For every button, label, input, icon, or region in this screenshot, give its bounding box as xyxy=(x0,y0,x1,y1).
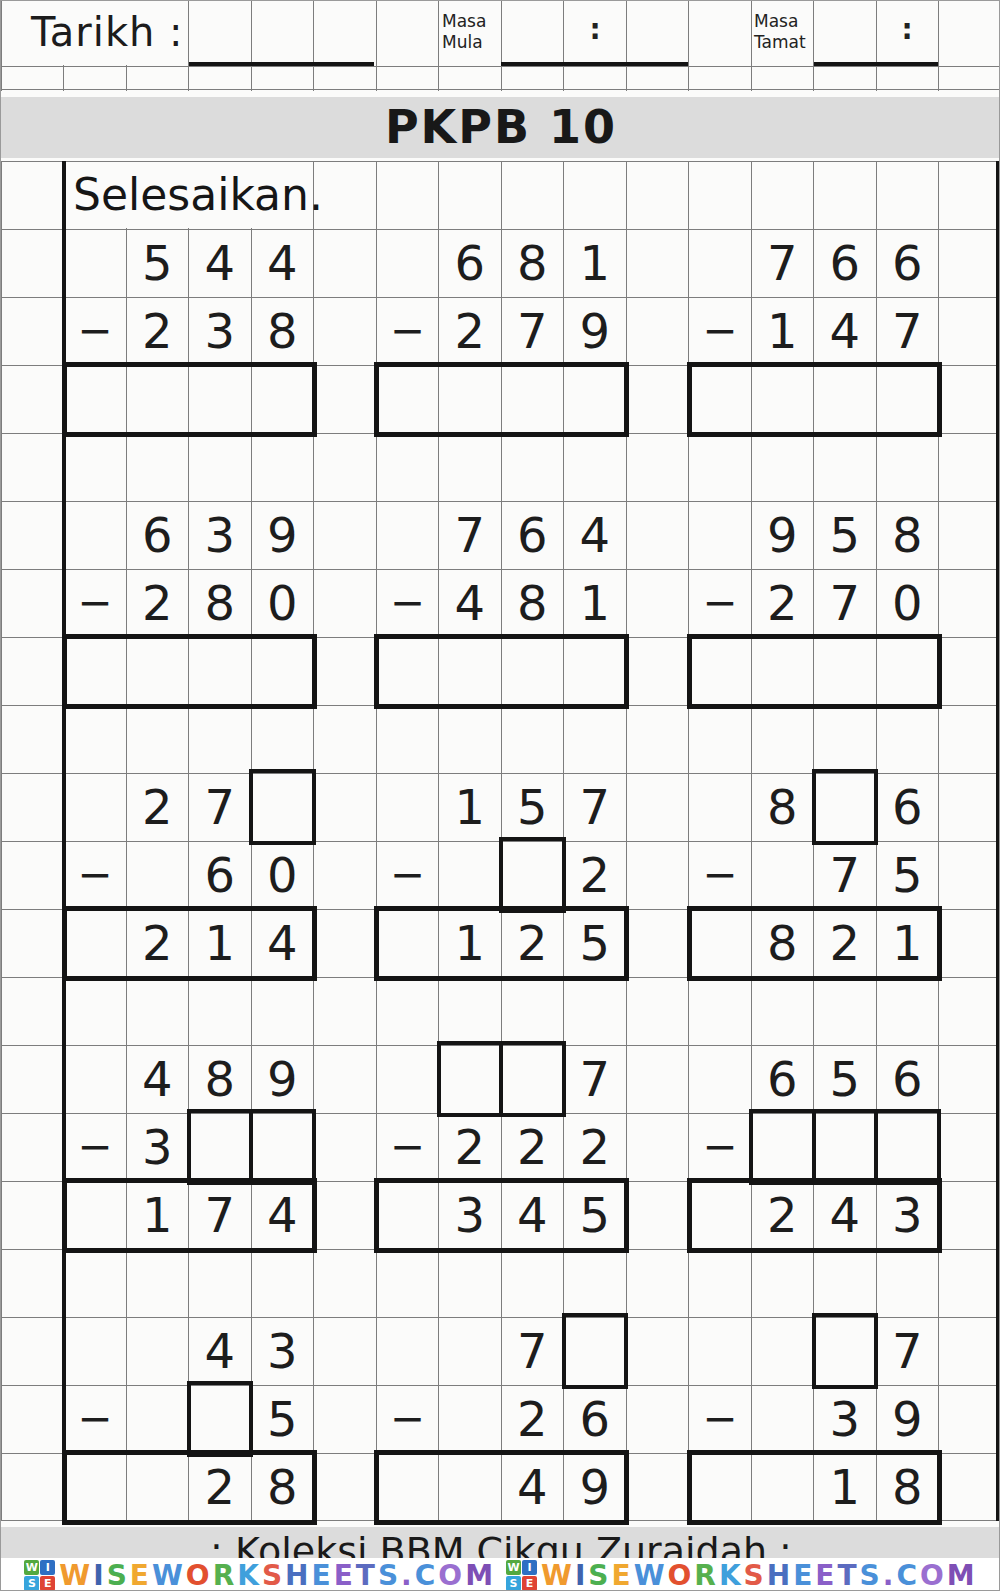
end-time-label-line1: Masa xyxy=(754,11,814,32)
answer-digit: 4 xyxy=(251,1181,314,1249)
watermark-letter: T xyxy=(837,1559,859,1591)
minuend-digit: 6 xyxy=(126,501,189,569)
credit-text: .: Koleksi BBM Cikgu Zuraidah :. xyxy=(198,1529,804,1558)
answer-box[interactable] xyxy=(374,634,629,709)
watermark-url: WISEWORKSHEETS.COM xyxy=(59,1559,496,1591)
minus-sign: − xyxy=(689,569,752,637)
watermark-letter: E xyxy=(130,1559,152,1591)
watermark-letter: W xyxy=(541,1559,575,1591)
minuend-digit: 4 xyxy=(126,1045,189,1113)
subtrahend-digit: 3 xyxy=(126,1113,189,1181)
watermark-letter: K xyxy=(719,1559,744,1591)
minuend-digit: 6 xyxy=(439,229,502,297)
content-right-border xyxy=(996,161,1000,1521)
minuend-digit: 5 xyxy=(814,1045,877,1113)
answer-digit: 5 xyxy=(564,909,627,977)
minuend-digit: 7 xyxy=(751,229,814,297)
missing-digit-box[interactable] xyxy=(562,1313,629,1389)
minuend-digit: 4 xyxy=(251,229,314,297)
answer-box[interactable] xyxy=(687,362,942,437)
minus-sign: − xyxy=(689,1385,752,1453)
minuend-digit: 1 xyxy=(564,229,627,297)
answer-digit: 4 xyxy=(501,1453,564,1521)
watermark-letter: R xyxy=(694,1559,719,1591)
watermark-letter: E xyxy=(334,1559,356,1591)
logo-tile: W xyxy=(24,1560,39,1575)
end-time-blank-underline[interactable] xyxy=(814,62,938,66)
minuend-digit: 4 xyxy=(564,501,627,569)
watermark-strip: WISE WISEWORKSHEETS.COM WISE WISEWORKSHE… xyxy=(1,1558,1000,1591)
answer-digit: 4 xyxy=(501,1181,564,1249)
watermark-letter: M xyxy=(947,1559,978,1591)
watermark-letter: W xyxy=(634,1559,668,1591)
page-title: PKPB 10 xyxy=(385,100,617,154)
watermark-letter: S xyxy=(378,1559,401,1591)
subtrahend-digit: 8 xyxy=(501,569,564,637)
start-time-label-line2: Mula xyxy=(442,32,502,53)
answer-digit: 1 xyxy=(439,909,502,977)
worksheet-page: Tarikh : Masa Mula Masa Tamat : : PKPB 1… xyxy=(0,0,1000,1591)
minuend-digit: 4 xyxy=(189,1317,252,1385)
minuend-digit: 5 xyxy=(501,773,564,841)
minus-sign: − xyxy=(376,1113,439,1181)
missing-digit-box[interactable] xyxy=(249,1109,316,1185)
watermark-letter: S xyxy=(588,1559,611,1591)
subtrahend-digit: 0 xyxy=(251,841,314,909)
answer-box[interactable] xyxy=(62,634,317,709)
watermark-letter: . xyxy=(401,1559,415,1591)
subtrahend-digit: 2 xyxy=(439,1113,502,1181)
logo-tile: E xyxy=(522,1576,537,1591)
subtrahend-digit: 6 xyxy=(189,841,252,909)
minuend-digit: 7 xyxy=(564,1045,627,1113)
minuend-digit: 9 xyxy=(751,501,814,569)
minuend-digit: 3 xyxy=(251,1317,314,1385)
watermark-letter: E xyxy=(611,1559,633,1591)
minuend-digit: 7 xyxy=(876,1317,939,1385)
subtrahend-digit: 3 xyxy=(189,297,252,365)
answer-digit: 4 xyxy=(814,1181,877,1249)
subtrahend-digit: 1 xyxy=(751,297,814,365)
watermark-letter: S xyxy=(262,1559,285,1591)
minuend-digit: 6 xyxy=(814,229,877,297)
minuend-digit: 6 xyxy=(876,229,939,297)
subtrahend-digit: 4 xyxy=(439,569,502,637)
logo-tile: E xyxy=(40,1576,55,1591)
watermark-letter: E xyxy=(793,1559,815,1591)
answer-digit: 2 xyxy=(814,909,877,977)
minuend-digit: 9 xyxy=(251,1045,314,1113)
watermark-letter: S xyxy=(744,1559,767,1591)
watermark-letter: T xyxy=(356,1559,378,1591)
watermark-letter: I xyxy=(93,1559,106,1591)
watermark-letter: O xyxy=(668,1559,695,1591)
minus-sign: − xyxy=(64,1385,127,1453)
subtrahend-digit: 2 xyxy=(501,1113,564,1181)
end-time-label-line2: Tamat xyxy=(754,32,814,53)
logo-tile: S xyxy=(24,1576,39,1591)
missing-digit-box[interactable] xyxy=(437,1041,504,1117)
watermark-letter: C xyxy=(415,1559,439,1591)
subtrahend-digit: 7 xyxy=(501,297,564,365)
watermark-letter: H xyxy=(767,1559,793,1591)
subtrahend-digit: 5 xyxy=(251,1385,314,1453)
minuend-digit: 1 xyxy=(439,773,502,841)
minuend-digit: 8 xyxy=(189,1045,252,1113)
answer-digit: 1 xyxy=(126,1181,189,1249)
answer-digit: 7 xyxy=(189,1181,252,1249)
watermark-letter: C xyxy=(896,1559,920,1591)
missing-digit-box[interactable] xyxy=(499,1041,566,1117)
minuend-digit: 7 xyxy=(189,773,252,841)
minuend-digit: 5 xyxy=(814,501,877,569)
subtrahend-digit: 4 xyxy=(814,297,877,365)
minuend-digit: 7 xyxy=(564,773,627,841)
answer-digit: 9 xyxy=(564,1453,627,1521)
minuend-digit: 9 xyxy=(251,501,314,569)
subtrahend-digit: 7 xyxy=(814,569,877,637)
minus-sign: − xyxy=(689,1113,752,1181)
subtrahend-digit: 2 xyxy=(564,1113,627,1181)
minuend-digit: 7 xyxy=(501,1317,564,1385)
minus-sign: − xyxy=(376,1385,439,1453)
missing-digit-box[interactable] xyxy=(812,1313,879,1389)
minus-sign: − xyxy=(376,841,439,909)
minus-sign: − xyxy=(689,841,752,909)
watermark-letter: S xyxy=(860,1559,883,1591)
watermark-url: WISEWORKSHEETS.COM xyxy=(541,1559,978,1591)
minuend-digit: 3 xyxy=(189,501,252,569)
start-time-blank-underline[interactable] xyxy=(501,62,688,66)
date-label: Tarikh : xyxy=(31,9,184,55)
answer-digit: 8 xyxy=(251,1453,314,1521)
minus-sign: − xyxy=(376,297,439,365)
logo-tile: W xyxy=(506,1560,521,1575)
minus-sign: − xyxy=(64,841,127,909)
watermark-letter: K xyxy=(237,1559,262,1591)
minuend-digit: 8 xyxy=(751,773,814,841)
answer-digit: 1 xyxy=(189,909,252,977)
answer-digit: 2 xyxy=(501,909,564,977)
watermark-letter: W xyxy=(152,1559,186,1591)
watermark-letter: R xyxy=(213,1559,238,1591)
watermark-letter: S xyxy=(107,1559,130,1591)
subtrahend-digit: 0 xyxy=(876,569,939,637)
subtrahend-digit: 9 xyxy=(876,1385,939,1453)
watermark-group: WISE WISEWORKSHEETS.COM xyxy=(24,1559,496,1591)
subtrahend-digit: 2 xyxy=(126,297,189,365)
minus-sign: − xyxy=(689,297,752,365)
minuend-digit: 4 xyxy=(189,229,252,297)
logo-tile: S xyxy=(506,1576,521,1591)
minuend-digit: 8 xyxy=(501,229,564,297)
wiseworksheets-logo: WISE xyxy=(24,1560,55,1591)
date-blank-underline[interactable] xyxy=(189,62,374,66)
watermark-letter: O xyxy=(186,1559,213,1591)
answer-digit: 2 xyxy=(189,1453,252,1521)
answer-digit: 3 xyxy=(439,1181,502,1249)
title-bar: PKPB 10 xyxy=(1,97,1000,158)
minuend-digit: 6 xyxy=(876,1045,939,1113)
missing-digit-box[interactable] xyxy=(749,1109,816,1185)
credit-bar: .: Koleksi BBM Cikgu Zuraidah :. xyxy=(1,1527,1000,1558)
answer-digit: 3 xyxy=(876,1181,939,1249)
answer-box[interactable] xyxy=(374,362,629,437)
subtrahend-digit: 2 xyxy=(439,297,502,365)
watermark-letter: O xyxy=(920,1559,947,1591)
minus-sign: − xyxy=(64,1113,127,1181)
answer-box[interactable] xyxy=(687,634,942,709)
answer-box[interactable] xyxy=(62,362,317,437)
watermark-letter: W xyxy=(59,1559,93,1591)
logo-tile: I xyxy=(40,1560,55,1575)
watermark-group: WISE WISEWORKSHEETS.COM xyxy=(506,1559,978,1591)
answer-digit: 8 xyxy=(876,1453,939,1521)
start-time-colon: : xyxy=(564,13,626,46)
subtrahend-digit: 6 xyxy=(564,1385,627,1453)
subtrahend-digit: 5 xyxy=(876,841,939,909)
watermark-letter: H xyxy=(285,1559,311,1591)
start-time-label: Masa Mula xyxy=(442,11,502,53)
minuend-digit: 8 xyxy=(876,501,939,569)
subtrahend-digit: 8 xyxy=(189,569,252,637)
minuend-digit: 6 xyxy=(751,1045,814,1113)
answer-digit: 2 xyxy=(751,1181,814,1249)
subtrahend-digit: 2 xyxy=(501,1385,564,1453)
watermark-letter: E xyxy=(815,1559,837,1591)
subtrahend-digit: 0 xyxy=(251,569,314,637)
end-time-colon: : xyxy=(876,13,938,46)
wiseworksheets-logo: WISE xyxy=(506,1560,537,1591)
minus-sign: − xyxy=(64,569,127,637)
subtrahend-digit: 1 xyxy=(564,569,627,637)
answer-digit: 2 xyxy=(126,909,189,977)
answer-digit: 1 xyxy=(876,909,939,977)
subtrahend-digit: 2 xyxy=(564,841,627,909)
end-time-label: Masa Tamat xyxy=(754,11,814,53)
minuend-digit: 2 xyxy=(126,773,189,841)
subtrahend-digit: 8 xyxy=(251,297,314,365)
logo-tile: I xyxy=(522,1560,537,1575)
subtrahend-digit: 7 xyxy=(876,297,939,365)
missing-digit-box[interactable] xyxy=(187,1109,254,1185)
missing-digit-box[interactable] xyxy=(499,837,566,913)
answer-digit: 4 xyxy=(251,909,314,977)
missing-digit-box[interactable] xyxy=(812,1109,879,1185)
answer-digit: 5 xyxy=(564,1181,627,1249)
missing-digit-box[interactable] xyxy=(874,1109,941,1185)
watermark-letter: O xyxy=(438,1559,465,1591)
start-time-label-line1: Masa xyxy=(442,11,502,32)
minuend-digit: 7 xyxy=(439,501,502,569)
watermark-letter: M xyxy=(465,1559,496,1591)
subtrahend-digit: 7 xyxy=(814,841,877,909)
instruction-text: Selesaikan. xyxy=(73,169,323,220)
subtrahend-digit: 2 xyxy=(751,569,814,637)
subtrahend-digit: 3 xyxy=(814,1385,877,1453)
watermark-letter: E xyxy=(312,1559,334,1591)
watermark-letter: I xyxy=(575,1559,588,1591)
answer-digit: 8 xyxy=(751,909,814,977)
minuend-digit: 6 xyxy=(501,501,564,569)
missing-digit-box[interactable] xyxy=(812,769,879,845)
minuend-digit: 5 xyxy=(126,229,189,297)
missing-digit-box[interactable] xyxy=(187,1381,254,1457)
minus-sign: − xyxy=(64,297,127,365)
minuend-digit: 6 xyxy=(876,773,939,841)
subtrahend-digit: 2 xyxy=(126,569,189,637)
watermark-letter: . xyxy=(883,1559,897,1591)
subtrahend-digit: 9 xyxy=(564,297,627,365)
answer-digit: 1 xyxy=(814,1453,877,1521)
minus-sign: − xyxy=(376,569,439,637)
missing-digit-box[interactable] xyxy=(249,769,316,845)
